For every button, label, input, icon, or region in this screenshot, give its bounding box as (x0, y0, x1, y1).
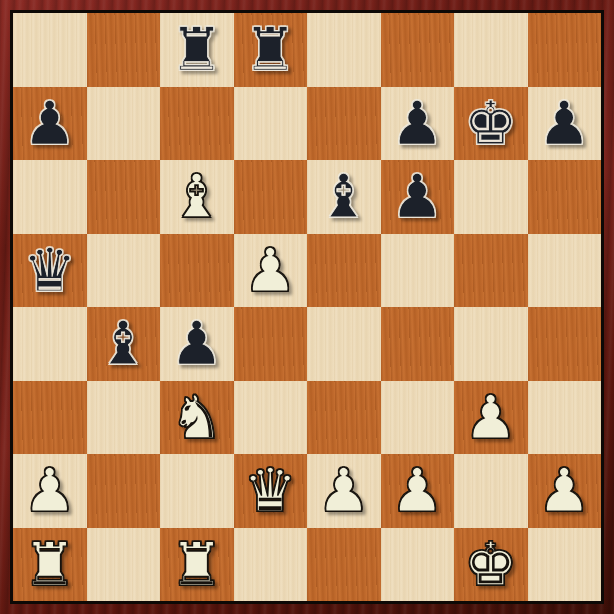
black-rook[interactable]: ♜ (243, 13, 297, 87)
square-h4[interactable] (528, 307, 602, 381)
square-d7[interactable] (234, 87, 308, 161)
square-b2[interactable] (87, 454, 161, 528)
square-a5[interactable]: ♛ (13, 234, 87, 308)
square-b7[interactable] (87, 87, 161, 161)
square-b6[interactable] (87, 160, 161, 234)
square-a6[interactable] (13, 160, 87, 234)
white-rook[interactable]: ♜ (23, 528, 77, 602)
square-a7[interactable]: ♟ (13, 87, 87, 161)
square-h1[interactable] (528, 528, 602, 602)
black-pawn[interactable]: ♟ (390, 160, 444, 234)
black-bishop[interactable]: ♝ (317, 160, 371, 234)
square-g2[interactable] (454, 454, 528, 528)
square-a2[interactable]: ♟ (13, 454, 87, 528)
white-rook[interactable]: ♜ (170, 528, 224, 602)
white-pawn[interactable]: ♟ (23, 454, 77, 528)
square-h3[interactable] (528, 381, 602, 455)
white-king[interactable]: ♚ (464, 528, 518, 602)
square-h8[interactable] (528, 13, 602, 87)
square-f2[interactable]: ♟ (381, 454, 455, 528)
square-c4[interactable]: ♟ (160, 307, 234, 381)
square-g5[interactable] (454, 234, 528, 308)
square-b1[interactable] (87, 528, 161, 602)
square-c7[interactable] (160, 87, 234, 161)
square-f4[interactable] (381, 307, 455, 381)
square-d6[interactable] (234, 160, 308, 234)
square-d5[interactable]: ♟ (234, 234, 308, 308)
black-pawn[interactable]: ♟ (23, 87, 77, 161)
square-f5[interactable] (381, 234, 455, 308)
white-queen[interactable]: ♛ (243, 454, 297, 528)
white-pawn[interactable]: ♟ (464, 381, 518, 455)
square-e1[interactable] (307, 528, 381, 602)
square-b5[interactable] (87, 234, 161, 308)
black-rook[interactable]: ♜ (170, 13, 224, 87)
black-pawn[interactable]: ♟ (390, 87, 444, 161)
white-pawn[interactable]: ♟ (317, 454, 371, 528)
square-h5[interactable] (528, 234, 602, 308)
square-g1[interactable]: ♚ (454, 528, 528, 602)
square-d1[interactable] (234, 528, 308, 602)
black-bishop[interactable]: ♝ (96, 307, 150, 381)
square-h6[interactable] (528, 160, 602, 234)
square-e5[interactable] (307, 234, 381, 308)
square-f6[interactable]: ♟ (381, 160, 455, 234)
square-e4[interactable] (307, 307, 381, 381)
square-d4[interactable] (234, 307, 308, 381)
square-e8[interactable] (307, 13, 381, 87)
square-g4[interactable] (454, 307, 528, 381)
black-queen[interactable]: ♛ (23, 234, 77, 308)
square-d3[interactable] (234, 381, 308, 455)
square-c8[interactable]: ♜ (160, 13, 234, 87)
square-c2[interactable] (160, 454, 234, 528)
square-d2[interactable]: ♛ (234, 454, 308, 528)
square-e2[interactable]: ♟ (307, 454, 381, 528)
square-d8[interactable]: ♜ (234, 13, 308, 87)
white-bishop[interactable]: ♝ (170, 160, 224, 234)
square-f7[interactable]: ♟ (381, 87, 455, 161)
square-b4[interactable]: ♝ (87, 307, 161, 381)
square-c3[interactable]: ♞ (160, 381, 234, 455)
board-frame: ♜♜♟♟♚♟♝♝♟♛♟♝♟♞♟♟♛♟♟♟♜♜♚ (0, 0, 614, 614)
square-f8[interactable] (381, 13, 455, 87)
square-g7[interactable]: ♚ (454, 87, 528, 161)
square-h7[interactable]: ♟ (528, 87, 602, 161)
square-g3[interactable]: ♟ (454, 381, 528, 455)
square-c1[interactable]: ♜ (160, 528, 234, 602)
white-pawn[interactable]: ♟ (537, 454, 591, 528)
square-f1[interactable] (381, 528, 455, 602)
black-pawn[interactable]: ♟ (170, 307, 224, 381)
square-f3[interactable] (381, 381, 455, 455)
square-b3[interactable] (87, 381, 161, 455)
white-knight[interactable]: ♞ (170, 381, 224, 455)
black-king[interactable]: ♚ (464, 87, 518, 161)
square-c5[interactable] (160, 234, 234, 308)
square-e6[interactable]: ♝ (307, 160, 381, 234)
white-pawn[interactable]: ♟ (390, 454, 444, 528)
square-a1[interactable]: ♜ (13, 528, 87, 602)
square-e7[interactable] (307, 87, 381, 161)
square-a8[interactable] (13, 13, 87, 87)
square-c6[interactable]: ♝ (160, 160, 234, 234)
square-g6[interactable] (454, 160, 528, 234)
white-pawn[interactable]: ♟ (243, 234, 297, 308)
square-e3[interactable] (307, 381, 381, 455)
black-pawn[interactable]: ♟ (537, 87, 591, 161)
square-b8[interactable] (87, 13, 161, 87)
square-h2[interactable]: ♟ (528, 454, 602, 528)
square-a3[interactable] (13, 381, 87, 455)
square-g8[interactable] (454, 13, 528, 87)
chess-board: ♜♜♟♟♚♟♝♝♟♛♟♝♟♞♟♟♛♟♟♟♜♜♚ (10, 10, 604, 604)
square-a4[interactable] (13, 307, 87, 381)
